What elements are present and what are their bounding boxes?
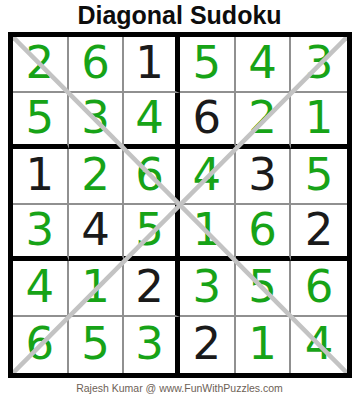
cell-r2c6[interactable]: 1 [291, 93, 347, 149]
sudoku-board: 2 6 1 5 4 3 5 3 4 6 2 1 1 2 6 4 3 5 3 4 … [8, 32, 352, 378]
cell-r6c6[interactable]: 4 [291, 317, 347, 373]
cell-r6c1[interactable]: 6 [13, 317, 69, 373]
cell-r4c2[interactable]: 4 [69, 205, 125, 261]
cell-r3c6[interactable]: 5 [291, 149, 347, 205]
cell-r1c2[interactable]: 6 [69, 37, 125, 93]
cell-r3c3[interactable]: 6 [124, 149, 180, 205]
cell-r5c6[interactable]: 6 [291, 261, 347, 317]
cell-r5c3[interactable]: 2 [124, 261, 180, 317]
cell-r2c4[interactable]: 6 [180, 93, 236, 149]
cell-r3c1[interactable]: 1 [13, 149, 69, 205]
cell-r1c3[interactable]: 1 [124, 37, 180, 93]
cell-r2c1[interactable]: 5 [13, 93, 69, 149]
cell-r6c5[interactable]: 1 [236, 317, 292, 373]
cell-r1c5[interactable]: 4 [236, 37, 292, 93]
cell-r4c5[interactable]: 6 [236, 205, 292, 261]
cell-r3c5[interactable]: 3 [236, 149, 292, 205]
page-title: Diagonal Sudoku [0, 0, 359, 30]
cell-r4c6[interactable]: 2 [291, 205, 347, 261]
cell-r5c4[interactable]: 3 [180, 261, 236, 317]
cell-r2c3[interactable]: 4 [124, 93, 180, 149]
cell-r1c6[interactable]: 3 [291, 37, 347, 93]
cell-r5c5[interactable]: 5 [236, 261, 292, 317]
cell-r4c4[interactable]: 1 [180, 205, 236, 261]
cell-r2c2[interactable]: 3 [69, 93, 125, 149]
cell-r6c2[interactable]: 5 [69, 317, 125, 373]
cell-r5c1[interactable]: 4 [13, 261, 69, 317]
cell-r4c3[interactable]: 5 [124, 205, 180, 261]
cell-r5c2[interactable]: 1 [69, 261, 125, 317]
cell-r6c3[interactable]: 3 [124, 317, 180, 373]
cell-r3c2[interactable]: 2 [69, 149, 125, 205]
credit-text: Rajesh Kumar @ www.FunWithPuzzles.com [0, 382, 359, 394]
cell-r6c4[interactable]: 2 [180, 317, 236, 373]
cell-r3c4[interactable]: 4 [180, 149, 236, 205]
cell-r2c5[interactable]: 2 [236, 93, 292, 149]
cell-r1c1[interactable]: 2 [13, 37, 69, 93]
cell-r1c4[interactable]: 5 [180, 37, 236, 93]
cell-r4c1[interactable]: 3 [13, 205, 69, 261]
sudoku-grid: 2 6 1 5 4 3 5 3 4 6 2 1 1 2 6 4 3 5 3 4 … [13, 37, 347, 373]
